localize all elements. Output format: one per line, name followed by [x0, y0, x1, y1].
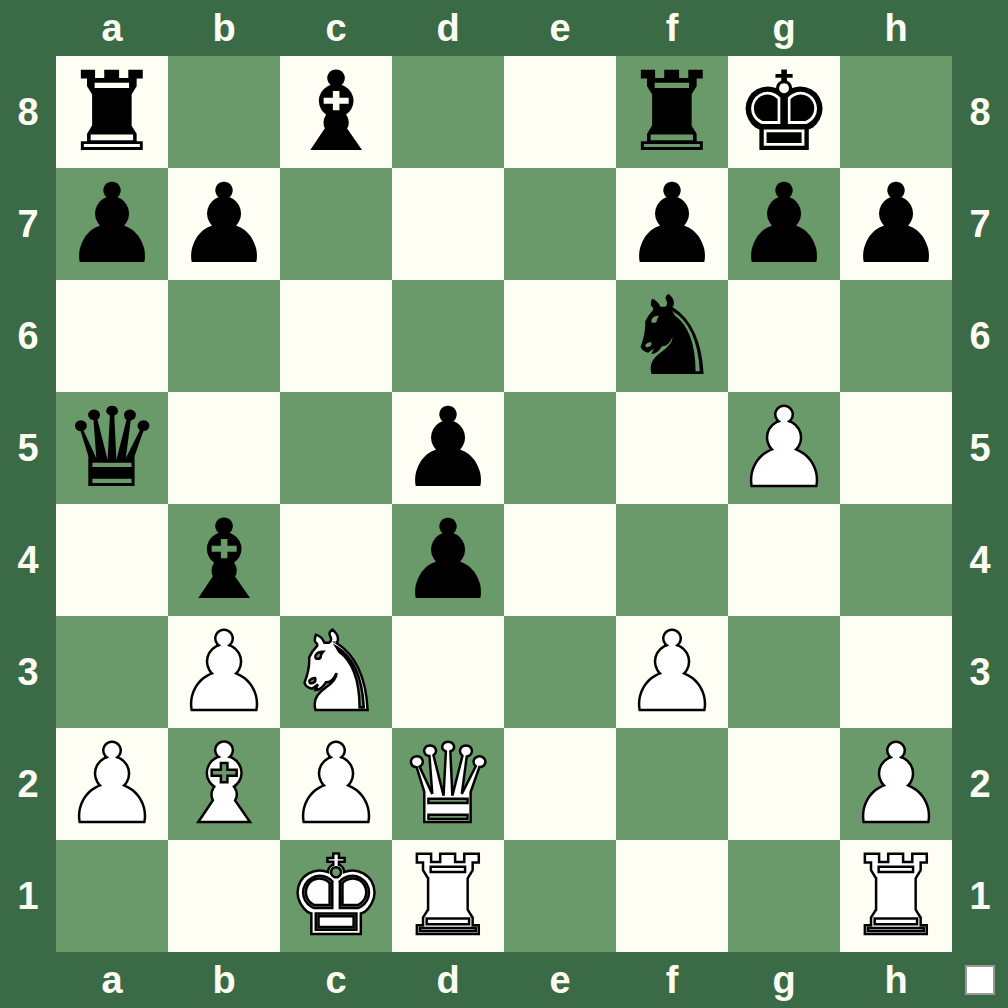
square-d1[interactable]: ♜ — [392, 840, 504, 952]
square-h7[interactable]: ♟ — [840, 168, 952, 280]
square-d3[interactable] — [392, 616, 504, 728]
square-b2[interactable]: ♝ — [168, 728, 280, 840]
rank-label-5: 5 — [952, 392, 1008, 504]
square-h2[interactable]: ♟ — [840, 728, 952, 840]
square-f5[interactable] — [616, 392, 728, 504]
square-a3[interactable] — [56, 616, 168, 728]
square-e2[interactable] — [504, 728, 616, 840]
black-pawn[interactable]: ♟ — [175, 169, 274, 279]
square-e3[interactable] — [504, 616, 616, 728]
white-pawn[interactable]: ♟ — [623, 617, 722, 727]
square-c8[interactable]: ♝ — [280, 56, 392, 168]
black-pawn[interactable]: ♟ — [735, 169, 834, 279]
white-pawn[interactable]: ♟ — [735, 393, 834, 503]
square-d4[interactable]: ♟ — [392, 504, 504, 616]
square-g4[interactable] — [728, 504, 840, 616]
square-b8[interactable] — [168, 56, 280, 168]
file-label-f: f — [616, 952, 728, 1008]
white-pawn[interactable]: ♟ — [175, 617, 274, 727]
square-e4[interactable] — [504, 504, 616, 616]
square-e6[interactable] — [504, 280, 616, 392]
file-label-e: e — [504, 0, 616, 56]
file-label-h: h — [840, 0, 952, 56]
corner-top-left — [0, 0, 56, 56]
black-rook[interactable]: ♜ — [623, 57, 722, 167]
rank-label-7: 7 — [952, 168, 1008, 280]
white-knight[interactable]: ♞ — [287, 617, 386, 727]
rank-label-2: 2 — [952, 728, 1008, 840]
rank-label-7: 7 — [0, 168, 56, 280]
square-g3[interactable] — [728, 616, 840, 728]
square-h4[interactable] — [840, 504, 952, 616]
file-label-h: h — [840, 952, 952, 1008]
square-g1[interactable] — [728, 840, 840, 952]
square-c1[interactable]: ♚ — [280, 840, 392, 952]
square-a4[interactable] — [56, 504, 168, 616]
square-c6[interactable] — [280, 280, 392, 392]
square-e5[interactable] — [504, 392, 616, 504]
black-pawn[interactable]: ♟ — [847, 169, 946, 279]
square-f2[interactable] — [616, 728, 728, 840]
black-pawn[interactable]: ♟ — [399, 505, 498, 615]
black-pawn[interactable]: ♟ — [623, 169, 722, 279]
square-a5[interactable]: ♛ — [56, 392, 168, 504]
black-pawn[interactable]: ♟ — [399, 393, 498, 503]
square-b6[interactable] — [168, 280, 280, 392]
white-to-move-indicator — [965, 965, 995, 995]
file-label-g: g — [728, 952, 840, 1008]
square-h3[interactable] — [840, 616, 952, 728]
black-pawn[interactable]: ♟ — [63, 169, 162, 279]
file-label-b: b — [168, 952, 280, 1008]
rank-label-4: 4 — [0, 504, 56, 616]
white-king[interactable]: ♚ — [287, 841, 386, 951]
square-d7[interactable] — [392, 168, 504, 280]
file-label-a: a — [56, 952, 168, 1008]
square-g8[interactable]: ♚ — [728, 56, 840, 168]
rank-label-2: 2 — [0, 728, 56, 840]
square-d6[interactable] — [392, 280, 504, 392]
square-b5[interactable] — [168, 392, 280, 504]
square-b4[interactable]: ♝ — [168, 504, 280, 616]
file-label-d: d — [392, 0, 504, 56]
black-king[interactable]: ♚ — [735, 57, 834, 167]
white-bishop[interactable]: ♝ — [175, 729, 274, 839]
white-pawn[interactable]: ♟ — [63, 729, 162, 839]
file-label-c: c — [280, 952, 392, 1008]
corner-top-right — [952, 0, 1008, 56]
square-d5[interactable]: ♟ — [392, 392, 504, 504]
square-e7[interactable] — [504, 168, 616, 280]
square-g6[interactable] — [728, 280, 840, 392]
square-f7[interactable]: ♟ — [616, 168, 728, 280]
white-pawn[interactable]: ♟ — [287, 729, 386, 839]
rank-labels-left: 87654321 — [0, 56, 56, 952]
square-b7[interactable]: ♟ — [168, 168, 280, 280]
corner-bottom-left — [0, 952, 56, 1008]
square-g5[interactable]: ♟ — [728, 392, 840, 504]
square-h1[interactable]: ♜ — [840, 840, 952, 952]
square-h5[interactable] — [840, 392, 952, 504]
square-a8[interactable]: ♜ — [56, 56, 168, 168]
rank-label-3: 3 — [952, 616, 1008, 728]
square-d8[interactable] — [392, 56, 504, 168]
square-b3[interactable]: ♟ — [168, 616, 280, 728]
square-h8[interactable] — [840, 56, 952, 168]
black-queen[interactable]: ♛ — [63, 393, 162, 503]
square-f6[interactable]: ♞ — [616, 280, 728, 392]
black-knight[interactable]: ♞ — [623, 281, 722, 391]
square-c4[interactable] — [280, 504, 392, 616]
black-rook[interactable]: ♜ — [63, 57, 162, 167]
black-bishop[interactable]: ♝ — [175, 505, 274, 615]
white-queen[interactable]: ♛ — [399, 729, 498, 839]
square-c7[interactable] — [280, 168, 392, 280]
square-f4[interactable] — [616, 504, 728, 616]
square-d2[interactable]: ♛ — [392, 728, 504, 840]
square-c2[interactable]: ♟ — [280, 728, 392, 840]
square-e1[interactable] — [504, 840, 616, 952]
rank-labels-right: 87654321 — [952, 56, 1008, 952]
rank-label-1: 1 — [0, 840, 56, 952]
square-h6[interactable] — [840, 280, 952, 392]
white-pawn[interactable]: ♟ — [847, 729, 946, 839]
square-f3[interactable]: ♟ — [616, 616, 728, 728]
square-a6[interactable] — [56, 280, 168, 392]
rank-label-3: 3 — [0, 616, 56, 728]
rank-label-8: 8 — [0, 56, 56, 168]
white-rook[interactable]: ♜ — [847, 841, 946, 951]
board-frame: abcdefgh 87654321 ♜♝♜♚♟♟♟♟♟♞♛♟♟♝♟♟♞♟♟♝♟♛… — [0, 0, 1008, 1008]
rank-label-6: 6 — [0, 280, 56, 392]
file-label-e: e — [504, 952, 616, 1008]
rank-label-6: 6 — [952, 280, 1008, 392]
corner-bottom-right — [952, 952, 1008, 1008]
file-label-b: b — [168, 0, 280, 56]
square-e8[interactable] — [504, 56, 616, 168]
file-label-d: d — [392, 952, 504, 1008]
square-a2[interactable]: ♟ — [56, 728, 168, 840]
file-labels-bottom: abcdefgh — [56, 952, 952, 1008]
rank-label-8: 8 — [952, 56, 1008, 168]
square-g2[interactable] — [728, 728, 840, 840]
rank-label-4: 4 — [952, 504, 1008, 616]
white-rook[interactable]: ♜ — [399, 841, 498, 951]
rank-label-1: 1 — [952, 840, 1008, 952]
rank-label-5: 5 — [0, 392, 56, 504]
square-f1[interactable] — [616, 840, 728, 952]
black-bishop[interactable]: ♝ — [287, 57, 386, 167]
square-g7[interactable]: ♟ — [728, 168, 840, 280]
square-b1[interactable] — [168, 840, 280, 952]
square-c5[interactable] — [280, 392, 392, 504]
square-f8[interactable]: ♜ — [616, 56, 728, 168]
square-a7[interactable]: ♟ — [56, 168, 168, 280]
square-c3[interactable]: ♞ — [280, 616, 392, 728]
square-a1[interactable] — [56, 840, 168, 952]
chess-board: ♜♝♜♚♟♟♟♟♟♞♛♟♟♝♟♟♞♟♟♝♟♛♟♚♜♜ — [56, 56, 952, 952]
